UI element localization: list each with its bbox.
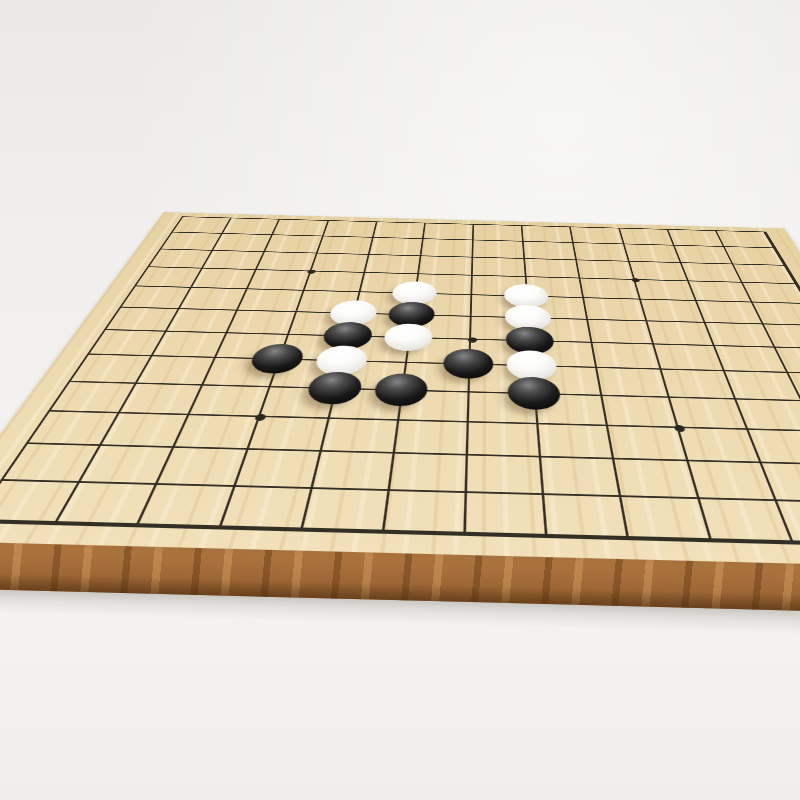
- stone-white: [382, 323, 433, 351]
- stones-layer: [0, 208, 800, 568]
- stone-black: [442, 348, 493, 379]
- stone-black: [304, 371, 364, 405]
- stone-black: [507, 376, 562, 410]
- board-surface: [0, 212, 800, 569]
- photo-scene: [0, 0, 800, 800]
- board-plane: [0, 212, 800, 569]
- stone-black: [247, 344, 307, 375]
- stone-black: [372, 373, 429, 407]
- go-board: [69, 62, 800, 622]
